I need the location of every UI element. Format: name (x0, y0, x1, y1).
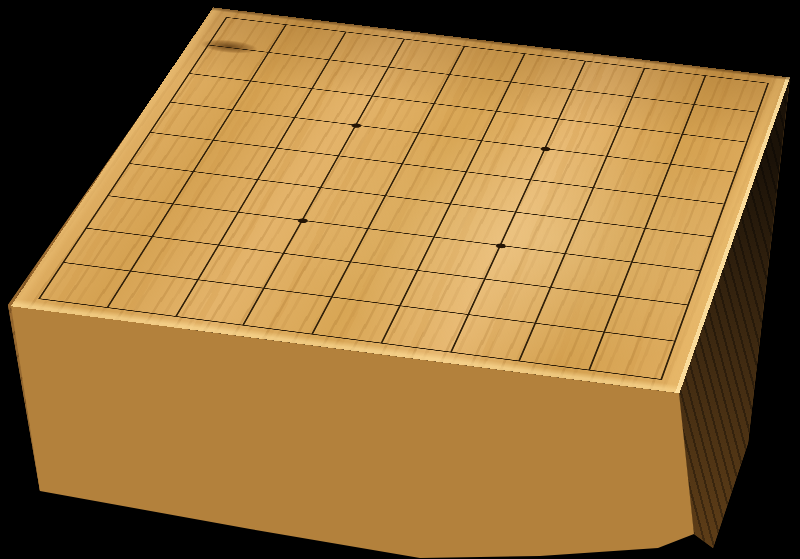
photo-stage (0, 0, 800, 559)
board-cell (591, 333, 674, 379)
